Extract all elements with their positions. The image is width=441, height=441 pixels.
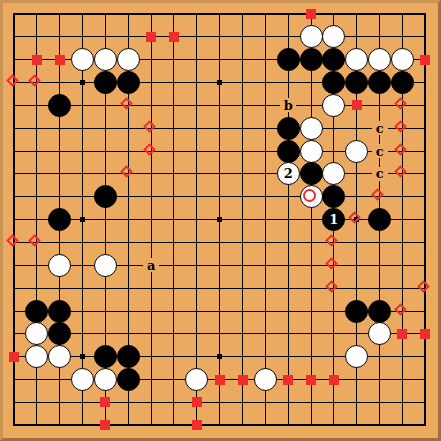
white-stone xyxy=(94,48,117,71)
black-stone xyxy=(345,71,368,94)
black-stone xyxy=(345,300,368,323)
black-stone xyxy=(391,71,414,94)
black-stone xyxy=(48,300,71,323)
white-stone-move-2: 2 xyxy=(277,162,300,185)
letter-label-c: c xyxy=(372,167,388,181)
white-stone xyxy=(322,162,345,185)
red-square-marker xyxy=(100,420,110,430)
red-square-marker xyxy=(55,55,65,65)
black-stone xyxy=(277,140,300,163)
white-stone xyxy=(185,368,208,391)
white-stone xyxy=(71,48,94,71)
red-square-marker xyxy=(9,352,19,362)
grid-line-vertical xyxy=(311,13,312,426)
white-stone xyxy=(368,322,391,345)
red-square-marker xyxy=(329,375,339,385)
black-stone xyxy=(277,48,300,71)
red-diamond-marker xyxy=(326,280,339,293)
white-stone xyxy=(345,140,368,163)
red-diamond-marker xyxy=(120,97,133,110)
white-stone xyxy=(322,94,345,117)
red-diamond-marker xyxy=(28,74,41,87)
white-stone xyxy=(48,254,71,277)
white-stone xyxy=(300,117,323,140)
red-diamond-marker xyxy=(394,143,407,156)
star-point xyxy=(80,217,85,222)
red-square-marker xyxy=(32,55,42,65)
grid-line-horizontal xyxy=(13,424,426,426)
black-stone xyxy=(300,48,323,71)
grid-line-horizontal xyxy=(13,333,426,334)
red-square-marker xyxy=(169,32,179,42)
red-circle-marker xyxy=(303,189,316,202)
white-stone xyxy=(94,254,117,277)
red-diamond-marker xyxy=(326,234,339,247)
black-stone xyxy=(277,117,300,140)
white-stone xyxy=(391,48,414,71)
white-stone xyxy=(345,345,368,368)
star-point xyxy=(217,354,222,359)
white-stone xyxy=(71,368,94,391)
red-square-marker xyxy=(420,55,430,65)
black-stone xyxy=(368,71,391,94)
red-square-marker xyxy=(352,100,362,110)
grid-line-horizontal xyxy=(13,402,426,403)
red-diamond-marker xyxy=(6,234,19,247)
grid-line-vertical xyxy=(265,13,266,426)
black-stone xyxy=(48,322,71,345)
red-diamond-marker xyxy=(371,188,384,201)
grid-line-horizontal xyxy=(13,242,426,243)
white-stone xyxy=(322,25,345,48)
grid-line-vertical xyxy=(242,13,243,426)
red-diamond-marker xyxy=(326,257,339,270)
black-stone xyxy=(117,345,140,368)
white-stone xyxy=(300,25,323,48)
black-stone xyxy=(25,300,48,323)
white-stone xyxy=(254,368,277,391)
red-diamond-marker xyxy=(394,166,407,179)
red-square-marker xyxy=(306,9,316,19)
letter-label-b: b xyxy=(280,98,296,112)
star-point xyxy=(217,80,222,85)
red-square-marker xyxy=(306,375,316,385)
red-diamond-marker xyxy=(6,74,19,87)
red-diamond-marker xyxy=(394,97,407,110)
red-square-marker xyxy=(192,420,202,430)
black-stone xyxy=(94,345,117,368)
red-diamond-marker xyxy=(417,280,430,293)
red-square-marker xyxy=(283,375,293,385)
red-diamond-marker xyxy=(143,120,156,133)
red-square-marker xyxy=(420,329,430,339)
star-point xyxy=(80,354,85,359)
red-square-marker xyxy=(100,397,110,407)
white-stone xyxy=(48,345,71,368)
black-stone-move-1: 1 xyxy=(322,208,345,231)
black-stone xyxy=(117,71,140,94)
black-stone xyxy=(368,208,391,231)
grid-line-vertical xyxy=(288,13,289,426)
star-point xyxy=(217,217,222,222)
white-stone xyxy=(368,48,391,71)
white-stone xyxy=(25,345,48,368)
black-stone xyxy=(368,300,391,323)
white-stone xyxy=(345,48,368,71)
red-diamond-marker xyxy=(394,303,407,316)
red-square-marker xyxy=(146,32,156,42)
red-diamond-marker xyxy=(120,166,133,179)
grid-line-vertical xyxy=(424,13,426,426)
go-board: bcc2c1a xyxy=(0,0,441,441)
red-square-marker xyxy=(215,375,225,385)
letter-label-c: c xyxy=(372,121,388,135)
black-stone xyxy=(94,71,117,94)
grid-line-horizontal xyxy=(13,265,426,266)
white-stone xyxy=(25,322,48,345)
black-stone xyxy=(48,208,71,231)
black-stone xyxy=(94,185,117,208)
black-stone xyxy=(117,368,140,391)
red-diamond-marker xyxy=(143,143,156,156)
black-stone xyxy=(300,162,323,185)
black-stone xyxy=(322,71,345,94)
black-stone xyxy=(48,94,71,117)
red-diamond-marker xyxy=(394,120,407,133)
red-square-marker xyxy=(192,397,202,407)
letter-label-a: a xyxy=(143,258,159,272)
red-diamond-marker xyxy=(28,234,41,247)
white-stone xyxy=(300,140,323,163)
grid-line-horizontal xyxy=(13,288,426,289)
white-stone-circle-marked xyxy=(300,185,323,208)
black-stone xyxy=(322,48,345,71)
letter-label-c: c xyxy=(372,144,388,158)
black-stone xyxy=(322,185,345,208)
red-square-marker xyxy=(238,375,248,385)
white-stone xyxy=(117,48,140,71)
white-stone xyxy=(94,368,117,391)
star-point xyxy=(80,80,85,85)
red-square-marker xyxy=(397,329,407,339)
